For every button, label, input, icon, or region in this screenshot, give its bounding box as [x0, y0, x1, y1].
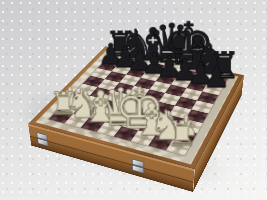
- square-b2: ♟: [73, 104, 97, 117]
- black-knight: ♞: [192, 38, 208, 80]
- black-rook: ♜: [208, 47, 224, 84]
- black-bishop: ♝: [133, 22, 149, 67]
- black-bishop: ♝: [177, 31, 193, 77]
- white-pawn: ♟: [58, 84, 76, 110]
- metal-clasp: [132, 158, 145, 174]
- black-rook: ♜: [105, 27, 120, 61]
- metal-clasp: [36, 132, 48, 147]
- chess-set-photo: ♜♞♝♛♚♝♞♜♟♟♟♟♟♟♟♟♟♟♟♟♟♟♟♟♜♞♝♛♚♝♞♜: [0, 0, 267, 200]
- chess-set-scene: ♜♞♝♛♚♝♞♜♟♟♟♟♟♟♟♟♟♟♟♟♟♟♟♟♜♞♝♛♚♝♞♜: [61, 16, 225, 180]
- wooden-chess-box: ♜♞♝♛♚♝♞♜♟♟♟♟♟♟♟♟♟♟♟♟♟♟♟♟♜♞♝♛♚♝♞♜: [28, 46, 244, 169]
